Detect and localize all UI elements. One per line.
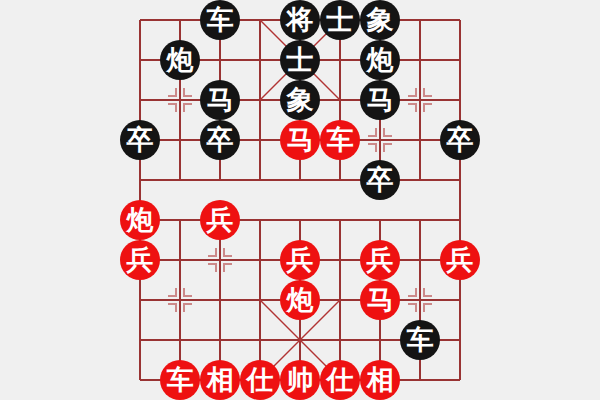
piece-glyph: 兵 bbox=[287, 247, 314, 274]
piece-glyph: 士 bbox=[327, 7, 354, 34]
piece-black-elephant[interactable]: 象 bbox=[360, 0, 400, 40]
piece-red-pawn[interactable]: 兵 bbox=[280, 240, 320, 280]
piece-glyph: 卒 bbox=[447, 127, 474, 154]
piece-glyph: 马 bbox=[207, 87, 234, 114]
piece-red-advisor[interactable]: 仕 bbox=[320, 360, 360, 400]
piece-red-pawn[interactable]: 兵 bbox=[360, 240, 400, 280]
piece-glyph: 卒 bbox=[367, 167, 394, 194]
piece-glyph: 炮 bbox=[367, 47, 394, 74]
pieces-layer: 车将士象炮士炮马象马卒卒马车卒卒炮兵兵兵兵兵炮马车车相仕帅仕相 bbox=[120, 0, 480, 400]
piece-glyph: 兵 bbox=[207, 207, 234, 234]
piece-red-elephant[interactable]: 相 bbox=[200, 360, 240, 400]
piece-red-pawn[interactable]: 兵 bbox=[200, 200, 240, 240]
piece-glyph: 马 bbox=[367, 287, 394, 314]
piece-black-pawn[interactable]: 卒 bbox=[120, 120, 160, 160]
piece-glyph: 象 bbox=[287, 87, 314, 114]
piece-glyph: 士 bbox=[287, 47, 314, 74]
piece-black-pawn[interactable]: 卒 bbox=[200, 120, 240, 160]
piece-red-elephant[interactable]: 相 bbox=[360, 360, 400, 400]
piece-glyph: 象 bbox=[367, 7, 394, 34]
piece-glyph: 车 bbox=[207, 7, 234, 34]
piece-glyph: 炮 bbox=[287, 287, 314, 314]
piece-red-horse[interactable]: 马 bbox=[280, 120, 320, 160]
piece-black-rook[interactable]: 车 bbox=[400, 320, 440, 360]
piece-black-general[interactable]: 将 bbox=[280, 0, 320, 40]
piece-black-pawn[interactable]: 卒 bbox=[360, 160, 400, 200]
piece-glyph: 仕 bbox=[327, 367, 354, 394]
piece-glyph: 兵 bbox=[127, 247, 154, 274]
piece-black-rook[interactable]: 车 bbox=[200, 0, 240, 40]
piece-red-pawn[interactable]: 兵 bbox=[440, 240, 480, 280]
piece-black-horse[interactable]: 马 bbox=[360, 80, 400, 120]
piece-red-advisor[interactable]: 仕 bbox=[240, 360, 280, 400]
piece-black-horse[interactable]: 马 bbox=[200, 80, 240, 120]
piece-red-rook[interactable]: 车 bbox=[320, 120, 360, 160]
piece-glyph: 马 bbox=[287, 127, 314, 154]
piece-black-cannon[interactable]: 炮 bbox=[160, 40, 200, 80]
piece-glyph: 炮 bbox=[167, 47, 194, 74]
piece-glyph: 兵 bbox=[447, 247, 474, 274]
piece-glyph: 卒 bbox=[127, 127, 154, 154]
piece-black-pawn[interactable]: 卒 bbox=[440, 120, 480, 160]
piece-glyph: 车 bbox=[407, 327, 434, 354]
piece-black-advisor[interactable]: 士 bbox=[320, 0, 360, 40]
xiangqi-board-screen: 车将士象炮士炮马象马卒卒马车卒卒炮兵兵兵兵兵炮马车车相仕帅仕相 bbox=[0, 0, 600, 400]
piece-black-cannon[interactable]: 炮 bbox=[360, 40, 400, 80]
piece-glyph: 相 bbox=[367, 367, 394, 394]
piece-red-rook[interactable]: 车 bbox=[160, 360, 200, 400]
piece-black-advisor[interactable]: 士 bbox=[280, 40, 320, 80]
piece-black-elephant[interactable]: 象 bbox=[280, 80, 320, 120]
piece-red-cannon[interactable]: 炮 bbox=[280, 280, 320, 320]
piece-glyph: 车 bbox=[327, 127, 354, 154]
piece-glyph: 卒 bbox=[207, 127, 234, 154]
piece-red-cannon[interactable]: 炮 bbox=[120, 200, 160, 240]
piece-glyph: 马 bbox=[367, 87, 394, 114]
piece-red-horse[interactable]: 马 bbox=[360, 280, 400, 320]
piece-red-general[interactable]: 帅 bbox=[280, 360, 320, 400]
piece-glyph: 车 bbox=[167, 367, 194, 394]
piece-glyph: 炮 bbox=[127, 207, 154, 234]
piece-glyph: 兵 bbox=[367, 247, 394, 274]
piece-red-pawn[interactable]: 兵 bbox=[120, 240, 160, 280]
piece-glyph: 相 bbox=[207, 367, 234, 394]
piece-glyph: 将 bbox=[287, 7, 314, 34]
piece-glyph: 仕 bbox=[247, 367, 274, 394]
piece-glyph: 帅 bbox=[287, 367, 314, 394]
